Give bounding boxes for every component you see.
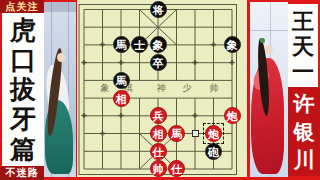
star-point-marker: ✚: [99, 130, 107, 138]
face: [57, 53, 65, 62]
last-move-from-marker: [192, 130, 199, 137]
thumbnail: 点关注 虎 口 拔 牙 篇 不迷路: [0, 0, 320, 180]
piece-black-elephant[interactable]: 象: [150, 36, 167, 53]
star-point-marker: ✚: [117, 59, 125, 67]
title-char: 牙: [10, 105, 36, 133]
title-char: 篇: [10, 135, 36, 163]
xiangqi-board[interactable]: ✚✚✚✚✚✚✚✚✚✚✚✚✚✚将馬士象象卒馬砲相兵炮相馬炮仕帅仕 象棋神少帅: [76, 0, 248, 177]
title-char: 口: [10, 46, 36, 74]
left-character-illustration: [44, 2, 76, 177]
subscribe-badge: 点关注: [0, 0, 44, 13]
face: [265, 45, 273, 54]
dont-get-lost-badge: 不迷路: [0, 166, 44, 180]
name-char: 一: [292, 59, 314, 83]
star-point-marker: ✚: [191, 59, 199, 67]
hair-ornament: [260, 38, 265, 43]
piece-red-advisor[interactable]: 仕: [150, 143, 167, 160]
piece-red-elephant[interactable]: 相: [150, 125, 167, 142]
piece-red-cannon[interactable]: 炮: [224, 107, 241, 124]
name-char: 王: [292, 9, 314, 33]
title-char: 虎: [10, 16, 36, 44]
star-point-marker: ✚: [99, 41, 107, 49]
piece-black-horse[interactable]: 馬: [113, 72, 130, 89]
star-point-marker: ✚: [210, 41, 218, 49]
piece-red-pawn[interactable]: 兵: [150, 107, 167, 124]
piece-red-general[interactable]: 帅: [150, 160, 167, 177]
star-point-marker: ✚: [228, 59, 236, 67]
piece-black-elephant[interactable]: 象: [224, 36, 241, 53]
piece-black-cannon[interactable]: 砲: [205, 143, 222, 160]
river-label-char: 帅: [209, 83, 219, 93]
player-name-top: 王 天 一: [288, 4, 318, 87]
name-char: 川: [294, 148, 315, 171]
title-char: 拔: [10, 75, 36, 103]
name-char: 银: [294, 120, 315, 143]
piece-red-horse[interactable]: 馬: [168, 125, 185, 142]
left-sidebar: 点关注 虎 口 拔 牙 篇 不迷路: [0, 0, 44, 180]
star-point-marker: ✚: [117, 112, 125, 120]
series-title: 虎 口 拔 牙 篇: [2, 13, 44, 166]
star-point-marker: ✚: [80, 112, 88, 120]
piece-black-horse[interactable]: 馬: [113, 36, 130, 53]
star-point-marker: ✚: [80, 59, 88, 67]
piece-black-pawn[interactable]: 卒: [150, 54, 167, 71]
name-char: 天: [292, 34, 314, 58]
selected-piece-highlight: [203, 123, 224, 144]
river-label-char: 象: [100, 83, 110, 93]
player-name-bottom: 许 银 川: [288, 87, 320, 176]
piece-black-general[interactable]: 将: [150, 1, 167, 18]
right-character-illustration: [250, 2, 288, 177]
river-label-char: 神: [156, 83, 166, 93]
river-label-char: 少: [182, 83, 192, 93]
name-char: 许: [294, 92, 315, 115]
piece-red-elephant[interactable]: 相: [113, 90, 130, 107]
star-point-marker: ✚: [191, 112, 199, 120]
